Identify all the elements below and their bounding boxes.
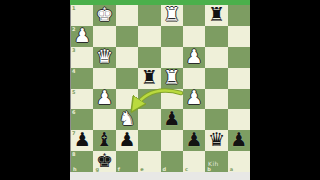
square-f3[interactable] <box>116 47 138 68</box>
square-a6[interactable] <box>228 109 250 130</box>
square-a4[interactable] <box>228 68 250 89</box>
white-knight-f6[interactable]: ♞ <box>118 109 135 128</box>
rank-label-6: 6 <box>72 109 75 115</box>
white-rook-d1[interactable]: ♜ <box>163 5 180 24</box>
square-b2[interactable] <box>205 26 227 47</box>
square-e6[interactable] <box>138 109 160 130</box>
square-a2[interactable] <box>228 26 250 47</box>
square-e3[interactable] <box>138 47 160 68</box>
white-king-g1[interactable]: ♚ <box>96 5 113 24</box>
square-d6[interactable]: ♟ <box>161 109 183 130</box>
square-e8[interactable]: e <box>138 151 160 172</box>
square-e4[interactable]: ♜ <box>138 68 160 89</box>
square-c5[interactable]: ♟ <box>183 89 205 110</box>
rank-label-5: 5 <box>72 89 75 95</box>
square-d7[interactable] <box>161 130 183 151</box>
square-e7[interactable] <box>138 130 160 151</box>
square-g7[interactable]: ♝ <box>93 130 115 151</box>
square-g2[interactable] <box>93 26 115 47</box>
square-d8[interactable]: d <box>161 151 183 172</box>
square-g8[interactable]: g♚ <box>93 151 115 172</box>
white-pawn-c5[interactable]: ♟ <box>186 89 203 108</box>
square-b7[interactable]: ♛ <box>205 130 227 151</box>
square-h1[interactable]: 1 <box>71 5 93 26</box>
black-pawn-a7[interactable]: ♟ <box>230 130 247 149</box>
square-c7[interactable]: ♟ <box>183 130 205 151</box>
square-g6[interactable] <box>93 109 115 130</box>
black-bishop-g7[interactable]: ♝ <box>96 130 113 149</box>
square-e2[interactable] <box>138 26 160 47</box>
rank-label-2: 2 <box>72 26 75 32</box>
black-rook-e4[interactable]: ♜ <box>141 68 158 87</box>
square-c8[interactable]: c <box>183 151 205 172</box>
white-queen-g3[interactable]: ♛ <box>96 47 113 66</box>
square-c4[interactable] <box>183 68 205 89</box>
white-pawn-c3[interactable]: ♟ <box>186 47 203 66</box>
square-b4[interactable] <box>205 68 227 89</box>
rank-label-7: 7 <box>72 130 75 136</box>
square-h8[interactable]: 8h <box>71 151 93 172</box>
black-pawn-c7[interactable]: ♟ <box>186 130 203 149</box>
square-b3[interactable] <box>205 47 227 68</box>
square-c1[interactable] <box>183 5 205 26</box>
square-g1[interactable]: ♚ <box>93 5 115 26</box>
square-d4[interactable]: ♜ <box>161 68 183 89</box>
square-h2[interactable]: 2♟ <box>71 26 93 47</box>
square-b1[interactable]: ♜ <box>205 5 227 26</box>
square-g3[interactable]: ♛ <box>93 47 115 68</box>
chess-board: 1♚♜♜2♟3♛♟4♜♜5♟♟6♞♟7♟♝♟♟♛♟8hg♚fedcba Kih <box>70 0 250 180</box>
square-c6[interactable] <box>183 109 205 130</box>
board-bottom-strip <box>70 172 250 180</box>
square-a1[interactable] <box>228 5 250 26</box>
square-h5[interactable]: 5 <box>71 89 93 110</box>
square-f2[interactable] <box>116 26 138 47</box>
square-a3[interactable] <box>228 47 250 68</box>
rank-label-1: 1 <box>72 5 75 11</box>
square-d2[interactable] <box>161 26 183 47</box>
square-h3[interactable]: 3 <box>71 47 93 68</box>
square-a5[interactable] <box>228 89 250 110</box>
rank-label-8: 8 <box>72 151 75 157</box>
square-h4[interactable]: 4 <box>71 68 93 89</box>
square-e5[interactable] <box>138 89 160 110</box>
square-e1[interactable] <box>138 5 160 26</box>
rank-label-3: 3 <box>72 47 75 53</box>
square-d5[interactable] <box>161 89 183 110</box>
square-f7[interactable]: ♟ <box>116 130 138 151</box>
square-f4[interactable] <box>116 68 138 89</box>
square-g4[interactable] <box>93 68 115 89</box>
square-a7[interactable]: ♟ <box>228 130 250 151</box>
black-queen-b7[interactable]: ♛ <box>208 130 225 149</box>
square-d3[interactable] <box>161 47 183 68</box>
square-b5[interactable] <box>205 89 227 110</box>
white-pawn-h2[interactable]: ♟ <box>74 26 91 45</box>
rank-label-4: 4 <box>72 68 75 74</box>
square-f8[interactable]: f <box>116 151 138 172</box>
black-pawn-d6[interactable]: ♟ <box>163 109 180 128</box>
square-d1[interactable]: ♜ <box>161 5 183 26</box>
black-rook-b1[interactable]: ♜ <box>208 5 225 24</box>
black-pawn-f7[interactable]: ♟ <box>118 130 135 149</box>
watermark-text: Kih <box>208 160 219 167</box>
square-h7[interactable]: 7♟ <box>71 130 93 151</box>
white-pawn-g5[interactable]: ♟ <box>96 89 113 108</box>
black-pawn-h7[interactable]: ♟ <box>74 130 91 149</box>
white-rook-d4[interactable]: ♜ <box>163 68 180 87</box>
square-b6[interactable] <box>205 109 227 130</box>
square-g5[interactable]: ♟ <box>93 89 115 110</box>
square-c2[interactable] <box>183 26 205 47</box>
square-a8[interactable]: a <box>228 151 250 172</box>
square-f1[interactable] <box>116 5 138 26</box>
board-grid: 1♚♜♜2♟3♛♟4♜♜5♟♟6♞♟7♟♝♟♟♛♟8hg♚fedcba <box>70 5 250 172</box>
screenshot-stage: 1♚♜♜2♟3♛♟4♜♜5♟♟6♞♟7♟♝♟♟♛♟8hg♚fedcba Kih <box>0 0 320 180</box>
square-h6[interactable]: 6 <box>71 109 93 130</box>
square-f5[interactable] <box>116 89 138 110</box>
square-f6[interactable]: ♞ <box>116 109 138 130</box>
square-c3[interactable]: ♟ <box>183 47 205 68</box>
